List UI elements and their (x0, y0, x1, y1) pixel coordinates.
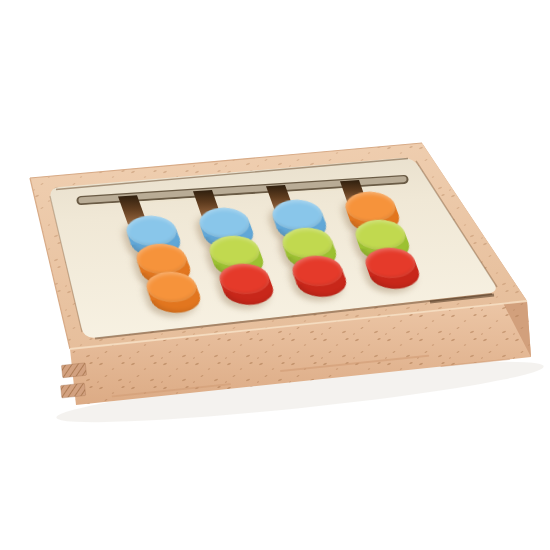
track-cell (348, 245, 431, 281)
track-cell (275, 253, 358, 289)
track-cell (202, 261, 285, 297)
product-photo-scene (0, 0, 550, 550)
track-cell (130, 269, 213, 305)
